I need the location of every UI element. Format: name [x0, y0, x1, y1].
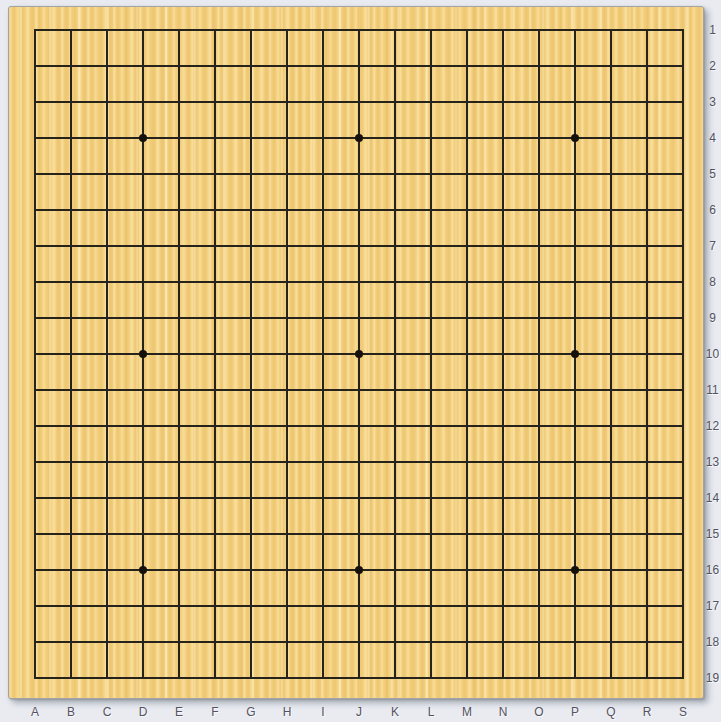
intersection[interactable] — [521, 408, 557, 444]
intersection[interactable] — [89, 84, 125, 120]
intersection[interactable] — [125, 660, 161, 696]
intersection[interactable] — [521, 264, 557, 300]
intersection[interactable] — [665, 552, 701, 588]
intersection[interactable] — [521, 480, 557, 516]
intersection[interactable] — [161, 12, 197, 48]
intersection[interactable] — [53, 48, 89, 84]
intersection[interactable] — [53, 588, 89, 624]
intersection[interactable] — [233, 300, 269, 336]
intersection[interactable] — [53, 228, 89, 264]
intersection[interactable] — [197, 156, 233, 192]
intersection[interactable] — [233, 192, 269, 228]
board-grid[interactable] — [17, 12, 701, 696]
intersection[interactable] — [269, 156, 305, 192]
intersection[interactable] — [125, 228, 161, 264]
intersection[interactable] — [125, 264, 161, 300]
intersection[interactable] — [341, 480, 377, 516]
intersection[interactable] — [53, 552, 89, 588]
intersection[interactable] — [305, 192, 341, 228]
intersection[interactable] — [629, 228, 665, 264]
intersection[interactable] — [197, 444, 233, 480]
intersection[interactable] — [557, 192, 593, 228]
intersection[interactable] — [593, 516, 629, 552]
intersection[interactable] — [413, 408, 449, 444]
intersection[interactable] — [557, 228, 593, 264]
intersection[interactable] — [17, 192, 53, 228]
intersection[interactable] — [593, 480, 629, 516]
intersection[interactable] — [89, 408, 125, 444]
intersection[interactable] — [629, 372, 665, 408]
intersection[interactable] — [269, 588, 305, 624]
intersection[interactable] — [53, 84, 89, 120]
intersection[interactable] — [233, 552, 269, 588]
intersection[interactable] — [485, 660, 521, 696]
intersection[interactable] — [161, 372, 197, 408]
intersection[interactable] — [665, 300, 701, 336]
intersection[interactable] — [629, 444, 665, 480]
intersection[interactable] — [485, 192, 521, 228]
intersection[interactable] — [629, 48, 665, 84]
intersection[interactable] — [17, 444, 53, 480]
intersection[interactable] — [233, 624, 269, 660]
intersection[interactable] — [197, 660, 233, 696]
intersection[interactable] — [413, 444, 449, 480]
intersection[interactable] — [17, 660, 53, 696]
intersection[interactable] — [305, 408, 341, 444]
intersection[interactable] — [161, 264, 197, 300]
intersection[interactable] — [665, 624, 701, 660]
intersection[interactable] — [125, 84, 161, 120]
intersection[interactable] — [233, 84, 269, 120]
intersection[interactable] — [197, 588, 233, 624]
intersection[interactable] — [17, 48, 53, 84]
intersection[interactable] — [377, 84, 413, 120]
intersection[interactable] — [377, 516, 413, 552]
intersection[interactable] — [125, 516, 161, 552]
intersection[interactable] — [233, 588, 269, 624]
intersection[interactable] — [377, 588, 413, 624]
intersection[interactable] — [341, 264, 377, 300]
intersection[interactable] — [233, 48, 269, 84]
intersection[interactable] — [233, 336, 269, 372]
intersection[interactable] — [593, 660, 629, 696]
intersection[interactable] — [449, 444, 485, 480]
intersection[interactable] — [89, 120, 125, 156]
intersection[interactable] — [557, 336, 593, 372]
intersection[interactable] — [521, 444, 557, 480]
intersection[interactable] — [269, 84, 305, 120]
intersection[interactable] — [593, 192, 629, 228]
intersection[interactable] — [629, 336, 665, 372]
intersection[interactable] — [665, 48, 701, 84]
intersection[interactable] — [17, 480, 53, 516]
intersection[interactable] — [593, 84, 629, 120]
intersection[interactable] — [449, 336, 485, 372]
intersection[interactable] — [269, 372, 305, 408]
intersection[interactable] — [233, 264, 269, 300]
intersection[interactable] — [53, 480, 89, 516]
intersection[interactable] — [341, 660, 377, 696]
intersection[interactable] — [269, 480, 305, 516]
intersection[interactable] — [485, 480, 521, 516]
intersection[interactable] — [269, 228, 305, 264]
intersection[interactable] — [197, 480, 233, 516]
intersection[interactable] — [485, 552, 521, 588]
intersection[interactable] — [197, 228, 233, 264]
intersection[interactable] — [125, 444, 161, 480]
intersection[interactable] — [233, 408, 269, 444]
intersection[interactable] — [89, 192, 125, 228]
intersection[interactable] — [485, 120, 521, 156]
intersection[interactable] — [125, 480, 161, 516]
intersection[interactable] — [413, 336, 449, 372]
intersection[interactable] — [449, 156, 485, 192]
intersection[interactable] — [53, 192, 89, 228]
intersection[interactable] — [305, 84, 341, 120]
intersection[interactable] — [197, 300, 233, 336]
intersection[interactable] — [377, 336, 413, 372]
intersection[interactable] — [485, 336, 521, 372]
intersection[interactable] — [17, 624, 53, 660]
intersection[interactable] — [485, 372, 521, 408]
intersection[interactable] — [629, 660, 665, 696]
intersection[interactable] — [449, 192, 485, 228]
intersection[interactable] — [197, 48, 233, 84]
intersection[interactable] — [449, 588, 485, 624]
intersection[interactable] — [593, 624, 629, 660]
intersection[interactable] — [521, 588, 557, 624]
intersection[interactable] — [233, 516, 269, 552]
intersection[interactable] — [377, 408, 413, 444]
intersection[interactable] — [485, 624, 521, 660]
intersection[interactable] — [629, 192, 665, 228]
intersection[interactable] — [53, 336, 89, 372]
intersection[interactable] — [449, 408, 485, 444]
intersection[interactable] — [629, 516, 665, 552]
intersection[interactable] — [233, 12, 269, 48]
intersection[interactable] — [269, 444, 305, 480]
intersection[interactable] — [485, 300, 521, 336]
intersection[interactable] — [341, 192, 377, 228]
intersection[interactable] — [557, 300, 593, 336]
intersection[interactable] — [197, 408, 233, 444]
intersection[interactable] — [593, 228, 629, 264]
intersection[interactable] — [197, 120, 233, 156]
intersection[interactable] — [593, 300, 629, 336]
intersection[interactable] — [521, 192, 557, 228]
intersection[interactable] — [197, 12, 233, 48]
intersection[interactable] — [449, 552, 485, 588]
intersection[interactable] — [341, 12, 377, 48]
intersection[interactable] — [269, 12, 305, 48]
intersection[interactable] — [377, 480, 413, 516]
intersection[interactable] — [593, 12, 629, 48]
intersection[interactable] — [305, 624, 341, 660]
intersection[interactable] — [305, 444, 341, 480]
intersection[interactable] — [449, 480, 485, 516]
intersection[interactable] — [557, 84, 593, 120]
intersection[interactable] — [305, 264, 341, 300]
intersection[interactable] — [341, 120, 377, 156]
intersection[interactable] — [269, 336, 305, 372]
intersection[interactable] — [89, 516, 125, 552]
intersection[interactable] — [341, 372, 377, 408]
intersection[interactable] — [53, 372, 89, 408]
intersection[interactable] — [449, 372, 485, 408]
intersection[interactable] — [305, 12, 341, 48]
intersection[interactable] — [89, 264, 125, 300]
intersection[interactable] — [89, 480, 125, 516]
intersection[interactable] — [377, 372, 413, 408]
intersection[interactable] — [377, 120, 413, 156]
intersection[interactable] — [413, 660, 449, 696]
intersection[interactable] — [89, 372, 125, 408]
intersection[interactable] — [17, 408, 53, 444]
intersection[interactable] — [233, 372, 269, 408]
intersection[interactable] — [557, 552, 593, 588]
intersection[interactable] — [161, 588, 197, 624]
intersection[interactable] — [593, 156, 629, 192]
intersection[interactable] — [125, 624, 161, 660]
intersection[interactable] — [197, 552, 233, 588]
intersection[interactable] — [53, 660, 89, 696]
intersection[interactable] — [629, 264, 665, 300]
intersection[interactable] — [341, 516, 377, 552]
intersection[interactable] — [665, 516, 701, 552]
intersection[interactable] — [593, 120, 629, 156]
intersection[interactable] — [125, 12, 161, 48]
intersection[interactable] — [89, 228, 125, 264]
intersection[interactable] — [341, 156, 377, 192]
intersection[interactable] — [197, 624, 233, 660]
intersection[interactable] — [233, 156, 269, 192]
intersection[interactable] — [593, 372, 629, 408]
intersection[interactable] — [521, 552, 557, 588]
intersection[interactable] — [485, 228, 521, 264]
intersection[interactable] — [377, 48, 413, 84]
intersection[interactable] — [269, 660, 305, 696]
intersection[interactable] — [341, 228, 377, 264]
intersection[interactable] — [269, 120, 305, 156]
intersection[interactable] — [557, 372, 593, 408]
intersection[interactable] — [413, 156, 449, 192]
intersection[interactable] — [449, 660, 485, 696]
intersection[interactable] — [665, 660, 701, 696]
intersection[interactable] — [629, 408, 665, 444]
intersection[interactable] — [125, 408, 161, 444]
intersection[interactable] — [593, 588, 629, 624]
intersection[interactable] — [305, 660, 341, 696]
intersection[interactable] — [17, 372, 53, 408]
intersection[interactable] — [197, 84, 233, 120]
intersection[interactable] — [125, 192, 161, 228]
intersection[interactable] — [557, 480, 593, 516]
intersection[interactable] — [305, 300, 341, 336]
intersection[interactable] — [89, 552, 125, 588]
intersection[interactable] — [89, 336, 125, 372]
intersection[interactable] — [377, 264, 413, 300]
intersection[interactable] — [17, 588, 53, 624]
intersection[interactable] — [593, 48, 629, 84]
intersection[interactable] — [161, 156, 197, 192]
intersection[interactable] — [17, 264, 53, 300]
intersection[interactable] — [377, 228, 413, 264]
intersection[interactable] — [341, 552, 377, 588]
intersection[interactable] — [665, 336, 701, 372]
intersection[interactable] — [413, 192, 449, 228]
intersection[interactable] — [53, 264, 89, 300]
intersection[interactable] — [521, 228, 557, 264]
intersection[interactable] — [17, 516, 53, 552]
intersection[interactable] — [269, 552, 305, 588]
intersection[interactable] — [413, 120, 449, 156]
intersection[interactable] — [161, 300, 197, 336]
intersection[interactable] — [629, 12, 665, 48]
intersection[interactable] — [557, 408, 593, 444]
intersection[interactable] — [449, 120, 485, 156]
intersection[interactable] — [17, 336, 53, 372]
intersection[interactable] — [269, 300, 305, 336]
intersection[interactable] — [53, 120, 89, 156]
intersection[interactable] — [341, 588, 377, 624]
intersection[interactable] — [485, 444, 521, 480]
intersection[interactable] — [305, 120, 341, 156]
intersection[interactable] — [89, 624, 125, 660]
intersection[interactable] — [269, 408, 305, 444]
intersection[interactable] — [629, 552, 665, 588]
intersection[interactable] — [593, 408, 629, 444]
intersection[interactable] — [665, 588, 701, 624]
intersection[interactable] — [449, 48, 485, 84]
intersection[interactable] — [413, 48, 449, 84]
intersection[interactable] — [269, 48, 305, 84]
intersection[interactable] — [161, 408, 197, 444]
intersection[interactable] — [341, 444, 377, 480]
intersection[interactable] — [17, 12, 53, 48]
intersection[interactable] — [557, 264, 593, 300]
intersection[interactable] — [557, 444, 593, 480]
intersection[interactable] — [161, 552, 197, 588]
intersection[interactable] — [233, 660, 269, 696]
intersection[interactable] — [629, 84, 665, 120]
intersection[interactable] — [665, 12, 701, 48]
intersection[interactable] — [305, 516, 341, 552]
intersection[interactable] — [17, 552, 53, 588]
intersection[interactable] — [485, 408, 521, 444]
intersection[interactable] — [125, 372, 161, 408]
intersection[interactable] — [557, 48, 593, 84]
intersection[interactable] — [305, 588, 341, 624]
intersection[interactable] — [89, 12, 125, 48]
intersection[interactable] — [377, 156, 413, 192]
intersection[interactable] — [557, 588, 593, 624]
intersection[interactable] — [521, 660, 557, 696]
intersection[interactable] — [521, 120, 557, 156]
intersection[interactable] — [485, 588, 521, 624]
intersection[interactable] — [53, 408, 89, 444]
intersection[interactable] — [377, 624, 413, 660]
intersection[interactable] — [449, 624, 485, 660]
intersection[interactable] — [233, 120, 269, 156]
intersection[interactable] — [161, 624, 197, 660]
intersection[interactable] — [485, 48, 521, 84]
intersection[interactable] — [341, 300, 377, 336]
intersection[interactable] — [665, 120, 701, 156]
intersection[interactable] — [377, 660, 413, 696]
intersection[interactable] — [413, 84, 449, 120]
intersection[interactable] — [521, 48, 557, 84]
intersection[interactable] — [125, 120, 161, 156]
intersection[interactable] — [557, 12, 593, 48]
intersection[interactable] — [413, 228, 449, 264]
intersection[interactable] — [125, 336, 161, 372]
intersection[interactable] — [665, 408, 701, 444]
intersection[interactable] — [269, 624, 305, 660]
intersection[interactable] — [17, 120, 53, 156]
intersection[interactable] — [269, 192, 305, 228]
intersection[interactable] — [521, 372, 557, 408]
intersection[interactable] — [521, 516, 557, 552]
intersection[interactable] — [449, 300, 485, 336]
intersection[interactable] — [269, 264, 305, 300]
intersection[interactable] — [665, 192, 701, 228]
intersection[interactable] — [305, 48, 341, 84]
intersection[interactable] — [377, 300, 413, 336]
intersection[interactable] — [341, 624, 377, 660]
intersection[interactable] — [557, 516, 593, 552]
intersection[interactable] — [377, 192, 413, 228]
intersection[interactable] — [53, 12, 89, 48]
intersection[interactable] — [89, 588, 125, 624]
intersection[interactable] — [449, 228, 485, 264]
intersection[interactable] — [593, 552, 629, 588]
go-board[interactable] — [8, 6, 704, 699]
intersection[interactable] — [233, 480, 269, 516]
intersection[interactable] — [377, 444, 413, 480]
intersection[interactable] — [665, 480, 701, 516]
intersection[interactable] — [161, 48, 197, 84]
intersection[interactable] — [17, 228, 53, 264]
intersection[interactable] — [89, 660, 125, 696]
intersection[interactable] — [665, 228, 701, 264]
intersection[interactable] — [521, 336, 557, 372]
intersection[interactable] — [161, 516, 197, 552]
intersection[interactable] — [665, 444, 701, 480]
intersection[interactable] — [521, 12, 557, 48]
intersection[interactable] — [593, 336, 629, 372]
intersection[interactable] — [341, 84, 377, 120]
intersection[interactable] — [305, 552, 341, 588]
intersection[interactable] — [377, 12, 413, 48]
intersection[interactable] — [53, 300, 89, 336]
intersection[interactable] — [161, 336, 197, 372]
intersection[interactable] — [629, 480, 665, 516]
intersection[interactable] — [161, 444, 197, 480]
intersection[interactable] — [269, 516, 305, 552]
intersection[interactable] — [341, 408, 377, 444]
intersection[interactable] — [485, 12, 521, 48]
intersection[interactable] — [665, 84, 701, 120]
intersection[interactable] — [557, 120, 593, 156]
intersection[interactable] — [17, 156, 53, 192]
intersection[interactable] — [629, 624, 665, 660]
intersection[interactable] — [125, 48, 161, 84]
intersection[interactable] — [161, 660, 197, 696]
intersection[interactable] — [521, 300, 557, 336]
intersection[interactable] — [305, 156, 341, 192]
intersection[interactable] — [53, 516, 89, 552]
intersection[interactable] — [377, 552, 413, 588]
